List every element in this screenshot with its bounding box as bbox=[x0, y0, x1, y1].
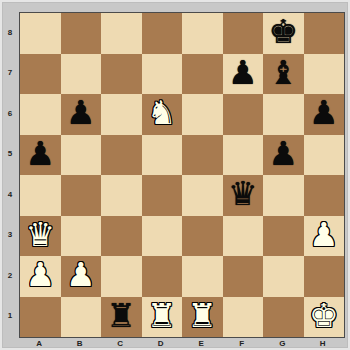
rank-label-6: 6 bbox=[2, 93, 18, 134]
square-f2[interactable] bbox=[223, 256, 264, 297]
square-a7[interactable] bbox=[20, 54, 61, 95]
piece-white-pawn-a2[interactable]: ♟ bbox=[25, 256, 55, 295]
square-a1[interactable] bbox=[20, 297, 61, 338]
square-b3[interactable] bbox=[61, 216, 102, 257]
square-e8[interactable] bbox=[182, 13, 223, 54]
square-h7[interactable] bbox=[304, 54, 345, 95]
square-h2[interactable] bbox=[304, 256, 345, 297]
piece-black-bishop-g7[interactable]: ♝ bbox=[268, 54, 298, 93]
square-a8[interactable] bbox=[20, 13, 61, 54]
piece-black-king-g8[interactable]: ♚ bbox=[268, 13, 298, 52]
square-d8[interactable] bbox=[142, 13, 183, 54]
square-g3[interactable] bbox=[263, 216, 304, 257]
square-d1[interactable]: ♜ bbox=[142, 297, 183, 338]
square-h6[interactable]: ♟ bbox=[304, 94, 345, 135]
square-d3[interactable] bbox=[142, 216, 183, 257]
square-c8[interactable] bbox=[101, 13, 142, 54]
piece-black-queen-f4[interactable]: ♛ bbox=[228, 175, 258, 214]
square-a2[interactable]: ♟ bbox=[20, 256, 61, 297]
piece-black-pawn-a5[interactable]: ♟ bbox=[25, 135, 55, 174]
square-c5[interactable] bbox=[101, 135, 142, 176]
rank-label-7: 7 bbox=[2, 53, 18, 94]
rank-label-1: 1 bbox=[2, 296, 18, 337]
square-b8[interactable] bbox=[61, 13, 102, 54]
piece-white-rook-e1[interactable]: ♜ bbox=[187, 297, 217, 336]
square-h4[interactable] bbox=[304, 175, 345, 216]
square-b1[interactable] bbox=[61, 297, 102, 338]
square-c2[interactable] bbox=[101, 256, 142, 297]
square-a5[interactable]: ♟ bbox=[20, 135, 61, 176]
piece-white-rook-d1[interactable]: ♜ bbox=[147, 297, 177, 336]
square-c6[interactable] bbox=[101, 94, 142, 135]
square-a4[interactable] bbox=[20, 175, 61, 216]
square-h1[interactable]: ♚ bbox=[304, 297, 345, 338]
square-c4[interactable] bbox=[101, 175, 142, 216]
square-c1[interactable]: ♜ bbox=[101, 297, 142, 338]
rank-label-4: 4 bbox=[2, 174, 18, 215]
square-e2[interactable] bbox=[182, 256, 223, 297]
square-e3[interactable] bbox=[182, 216, 223, 257]
square-h3[interactable]: ♟ bbox=[304, 216, 345, 257]
piece-black-pawn-g5[interactable]: ♟ bbox=[268, 135, 298, 174]
square-g1[interactable] bbox=[263, 297, 304, 338]
square-e1[interactable]: ♜ bbox=[182, 297, 223, 338]
square-h5[interactable] bbox=[304, 135, 345, 176]
rank-label-5: 5 bbox=[2, 134, 18, 175]
square-f5[interactable] bbox=[223, 135, 264, 176]
chess-board: ♚♟♝♟♞♟♟♟♛♛♟♟♟♜♜♜♚ bbox=[19, 12, 345, 338]
file-label-b: B bbox=[60, 337, 101, 349]
square-b2[interactable]: ♟ bbox=[61, 256, 102, 297]
piece-black-pawn-h6[interactable]: ♟ bbox=[309, 94, 339, 133]
file-label-g: G bbox=[262, 337, 303, 349]
rank-labels: 87654321 bbox=[2, 12, 18, 336]
piece-white-queen-a3[interactable]: ♛ bbox=[25, 216, 55, 255]
piece-white-king-h1[interactable]: ♚ bbox=[309, 297, 339, 336]
file-label-h: H bbox=[303, 337, 344, 349]
square-f6[interactable] bbox=[223, 94, 264, 135]
square-a3[interactable]: ♛ bbox=[20, 216, 61, 257]
square-d4[interactable] bbox=[142, 175, 183, 216]
square-b4[interactable] bbox=[61, 175, 102, 216]
square-d6[interactable]: ♞ bbox=[142, 94, 183, 135]
piece-white-pawn-b2[interactable]: ♟ bbox=[66, 256, 96, 295]
square-f1[interactable] bbox=[223, 297, 264, 338]
file-label-f: F bbox=[222, 337, 263, 349]
file-label-a: A bbox=[19, 337, 60, 349]
square-d2[interactable] bbox=[142, 256, 183, 297]
file-label-c: C bbox=[100, 337, 141, 349]
square-b6[interactable]: ♟ bbox=[61, 94, 102, 135]
piece-black-rook-c1[interactable]: ♜ bbox=[106, 297, 136, 336]
square-e6[interactable] bbox=[182, 94, 223, 135]
square-b7[interactable] bbox=[61, 54, 102, 95]
file-label-d: D bbox=[141, 337, 182, 349]
square-a6[interactable] bbox=[20, 94, 61, 135]
square-f8[interactable] bbox=[223, 13, 264, 54]
square-e7[interactable] bbox=[182, 54, 223, 95]
square-d7[interactable] bbox=[142, 54, 183, 95]
square-b5[interactable] bbox=[61, 135, 102, 176]
square-g4[interactable] bbox=[263, 175, 304, 216]
square-e4[interactable] bbox=[182, 175, 223, 216]
square-h8[interactable] bbox=[304, 13, 345, 54]
piece-white-knight-d6[interactable]: ♞ bbox=[147, 94, 177, 133]
piece-black-pawn-b6[interactable]: ♟ bbox=[66, 94, 96, 133]
square-d5[interactable] bbox=[142, 135, 183, 176]
rank-label-3: 3 bbox=[2, 215, 18, 256]
square-g2[interactable] bbox=[263, 256, 304, 297]
square-f4[interactable]: ♛ bbox=[223, 175, 264, 216]
piece-white-pawn-h3[interactable]: ♟ bbox=[309, 216, 339, 255]
square-f3[interactable] bbox=[223, 216, 264, 257]
square-c7[interactable] bbox=[101, 54, 142, 95]
piece-black-pawn-f7[interactable]: ♟ bbox=[228, 54, 258, 93]
chess-diagram: 87654321 ABCDEFGH ♚♟♝♟♞♟♟♟♛♛♟♟♟♜♜♜♚ bbox=[0, 0, 350, 350]
file-label-e: E bbox=[181, 337, 222, 349]
square-g6[interactable] bbox=[263, 94, 304, 135]
rank-label-8: 8 bbox=[2, 12, 18, 53]
square-g7[interactable]: ♝ bbox=[263, 54, 304, 95]
file-labels: ABCDEFGH bbox=[19, 337, 343, 349]
square-g5[interactable]: ♟ bbox=[263, 135, 304, 176]
square-g8[interactable]: ♚ bbox=[263, 13, 304, 54]
square-e5[interactable] bbox=[182, 135, 223, 176]
rank-label-2: 2 bbox=[2, 255, 18, 296]
square-c3[interactable] bbox=[101, 216, 142, 257]
square-f7[interactable]: ♟ bbox=[223, 54, 264, 95]
